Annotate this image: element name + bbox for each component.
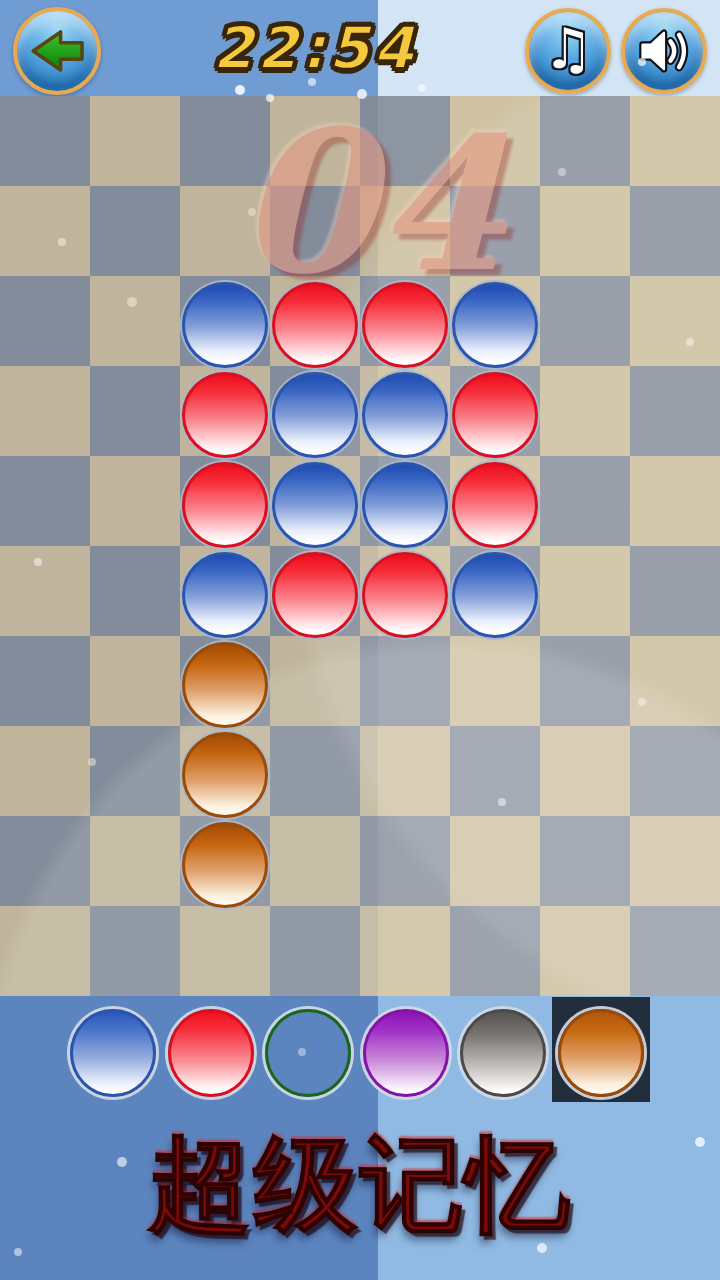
board-cell[interactable] — [90, 636, 180, 726]
board-cell[interactable] — [90, 366, 180, 456]
board-cell[interactable] — [540, 726, 630, 816]
palette-disc-blue[interactable] — [70, 1009, 156, 1097]
piece-red[interactable] — [182, 462, 268, 548]
board-cell[interactable] — [540, 636, 630, 726]
piece-blue[interactable] — [452, 282, 538, 368]
palette-disc-purple[interactable] — [363, 1009, 449, 1097]
top-bar: 22:54 ♫ — [0, 0, 720, 96]
board-cell[interactable] — [90, 546, 180, 636]
board-cell[interactable] — [450, 186, 540, 276]
piece-red[interactable] — [362, 282, 448, 368]
board-cell[interactable] — [0, 96, 90, 186]
board-cell[interactable] — [270, 726, 360, 816]
board-cell[interactable] — [270, 906, 360, 996]
board-cell[interactable] — [540, 186, 630, 276]
board-cell[interactable] — [630, 816, 720, 906]
palette-disc-gray[interactable] — [460, 1009, 546, 1097]
piece-red[interactable] — [182, 372, 268, 458]
board: 0 4 — [0, 96, 720, 996]
piece-blue[interactable] — [182, 552, 268, 638]
game-screen: 22:54 ♫ 0 4 超级 — [0, 0, 720, 1280]
board-cell[interactable] — [540, 906, 630, 996]
back-button[interactable] — [13, 7, 101, 95]
board-cell[interactable] — [540, 276, 630, 366]
board-cell[interactable] — [0, 366, 90, 456]
board-cell[interactable] — [630, 186, 720, 276]
board-cell[interactable] — [180, 906, 270, 996]
board-cell[interactable] — [0, 276, 90, 366]
game-title: 超级记忆 — [0, 1116, 720, 1256]
board-cell[interactable] — [360, 816, 450, 906]
board-cell[interactable] — [450, 726, 540, 816]
piece-orange[interactable] — [182, 642, 268, 728]
board-cell[interactable] — [540, 816, 630, 906]
board-cell[interactable] — [450, 636, 540, 726]
board-cell[interactable] — [90, 96, 180, 186]
board-cell[interactable] — [90, 906, 180, 996]
music-button[interactable]: ♫ — [525, 8, 611, 94]
piece-blue[interactable] — [272, 462, 358, 548]
board-cell[interactable] — [90, 276, 180, 366]
board-cell[interactable] — [0, 186, 90, 276]
board-cell[interactable] — [270, 186, 360, 276]
board-cell[interactable] — [270, 816, 360, 906]
board-cell[interactable] — [360, 96, 450, 186]
board-grid — [0, 96, 720, 996]
piece-red[interactable] — [272, 552, 358, 638]
board-cell[interactable] — [540, 96, 630, 186]
board-cell[interactable] — [90, 456, 180, 546]
board-cell[interactable] — [540, 456, 630, 546]
piece-blue[interactable] — [362, 372, 448, 458]
footer: 超级记忆 — [0, 996, 720, 1280]
piece-blue[interactable] — [182, 282, 268, 368]
piece-blue[interactable] — [452, 552, 538, 638]
board-cell[interactable] — [90, 726, 180, 816]
back-arrow-icon — [28, 26, 86, 76]
board-cell[interactable] — [540, 546, 630, 636]
music-note-icon: ♫ — [543, 21, 593, 77]
board-cell[interactable] — [360, 726, 450, 816]
piece-blue[interactable] — [272, 372, 358, 458]
board-cell[interactable] — [360, 186, 450, 276]
board-cell[interactable] — [450, 906, 540, 996]
palette-disc-green[interactable] — [265, 1009, 351, 1097]
board-cell[interactable] — [630, 636, 720, 726]
speaker-icon — [636, 25, 692, 77]
board-cell[interactable] — [90, 816, 180, 906]
piece-orange[interactable] — [182, 822, 268, 908]
piece-red[interactable] — [452, 372, 538, 458]
board-cell[interactable] — [0, 906, 90, 996]
board-cell[interactable] — [630, 456, 720, 546]
board-cell[interactable] — [0, 636, 90, 726]
board-cell[interactable] — [630, 906, 720, 996]
board-cell[interactable] — [0, 816, 90, 906]
sound-button[interactable] — [621, 8, 707, 94]
board-cell[interactable] — [180, 96, 270, 186]
board-cell[interactable] — [360, 636, 450, 726]
piece-red[interactable] — [362, 552, 448, 638]
board-cell[interactable] — [540, 366, 630, 456]
piece-red[interactable] — [452, 462, 538, 548]
board-cell[interactable] — [630, 726, 720, 816]
board-cell[interactable] — [0, 546, 90, 636]
board-cell[interactable] — [630, 96, 720, 186]
board-cell[interactable] — [90, 186, 180, 276]
piece-blue[interactable] — [362, 462, 448, 548]
timer-display: 22:54 — [150, 16, 480, 86]
board-cell[interactable] — [630, 276, 720, 366]
piece-red[interactable] — [272, 282, 358, 368]
board-cell[interactable] — [270, 96, 360, 186]
board-cell[interactable] — [180, 186, 270, 276]
board-cell[interactable] — [360, 906, 450, 996]
piece-orange[interactable] — [182, 732, 268, 818]
palette-disc-orange[interactable] — [558, 1009, 644, 1097]
board-cell[interactable] — [630, 366, 720, 456]
board-cell[interactable] — [630, 546, 720, 636]
board-cell[interactable] — [270, 636, 360, 726]
board-cell[interactable] — [0, 456, 90, 546]
board-cell[interactable] — [450, 816, 540, 906]
board-cell[interactable] — [0, 726, 90, 816]
board-cell[interactable] — [450, 96, 540, 186]
palette-disc-red[interactable] — [168, 1009, 254, 1097]
